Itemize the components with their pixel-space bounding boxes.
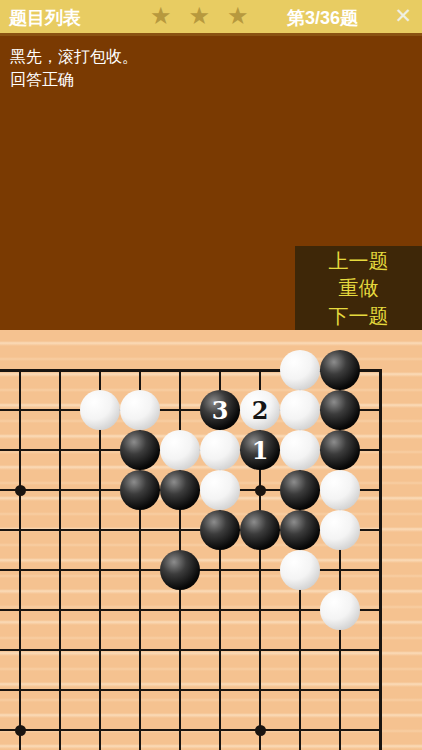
stone-white [120,390,160,430]
stone-black [240,510,280,550]
star-icon: ★ [189,2,228,29]
stone-black [280,470,320,510]
grid-line [379,369,382,750]
stone-black: 1 [240,430,280,470]
grid-line [19,369,21,750]
stone-white [320,510,360,550]
next-problem-button[interactable]: 下一题 [295,303,422,329]
stone-black [160,470,200,510]
move-number: 3 [212,396,229,425]
stone-black [120,430,160,470]
stone-white [160,430,200,470]
star-icon: ★ [150,2,189,29]
stone-white [200,470,240,510]
app-window: 题目列表 ★★★ 第3/36题 ✕ 黑先，滚打包收。 回答正确 上一题 重做 下… [0,0,422,750]
stone-white [320,590,360,630]
stone-white [320,470,360,510]
stone-white [280,550,320,590]
stone-black [160,550,200,590]
stone-white: 2 [240,390,280,430]
stone-white [80,390,120,430]
answer-status: 回答正确 [0,68,422,91]
star-icon: ★ [227,2,266,29]
grid-line [59,369,61,750]
grid-line [0,649,382,651]
star-rating: ★★★ [150,2,266,30]
title-bar: 题目列表 ★★★ 第3/36题 ✕ [0,0,422,36]
star-point [15,725,26,736]
star-point [255,485,266,496]
star-point [255,725,266,736]
move-number: 2 [252,396,269,425]
stone-white [280,430,320,470]
problem-counter: 第3/36题 [287,6,358,30]
grid-line [0,729,382,731]
stone-black [280,510,320,550]
stone-black [200,510,240,550]
stone-black [320,430,360,470]
stone-white [280,350,320,390]
nav-panel: 上一题 重做 下一题 [295,246,422,330]
grid-line [0,689,382,691]
star-point [15,485,26,496]
stone-white [280,390,320,430]
stone-black [320,350,360,390]
stone-white [200,430,240,470]
redo-button[interactable]: 重做 [295,275,422,301]
stone-black [320,390,360,430]
prev-problem-button[interactable]: 上一题 [295,248,422,274]
stone-black: 3 [200,390,240,430]
page-title: 题目列表 [9,6,81,30]
message-area: 黑先，滚打包收。 回答正确 上一题 重做 下一题 [0,36,422,330]
problem-instruction: 黑先，滚打包收。 [0,36,422,68]
move-number: 1 [252,436,269,465]
stone-black [120,470,160,510]
close-icon[interactable]: ✕ [394,4,412,28]
go-board[interactable]: 321 [0,330,422,750]
